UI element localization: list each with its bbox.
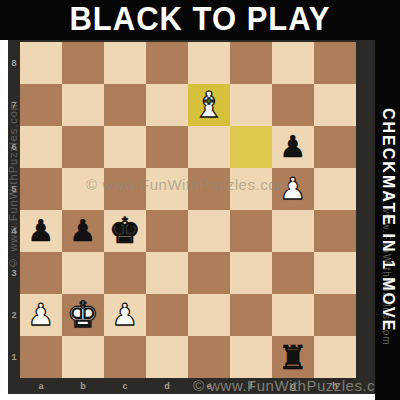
square-b3[interactable] — [62, 252, 104, 294]
square-d8[interactable] — [146, 42, 188, 84]
square-e1[interactable] — [188, 336, 230, 378]
rank-label-7: 7 — [8, 84, 20, 126]
square-h8[interactable] — [314, 42, 356, 84]
file-label-c: c — [104, 378, 146, 394]
square-h3[interactable] — [314, 252, 356, 294]
square-e7[interactable]: ♝ — [188, 84, 230, 126]
chess-board: ♝♟♟♟♟♚♟♚♟♜ — [20, 42, 356, 378]
square-a2[interactable]: ♟ — [20, 294, 62, 336]
file-label-h: h — [314, 378, 356, 394]
square-c8[interactable] — [104, 42, 146, 84]
white-pawn[interactable]: ♟ — [28, 300, 55, 330]
square-e8[interactable] — [188, 42, 230, 84]
square-c3[interactable] — [104, 252, 146, 294]
square-d5[interactable] — [146, 168, 188, 210]
white-king[interactable]: ♚ — [67, 297, 99, 333]
square-h2[interactable] — [314, 294, 356, 336]
file-labels: abcdefgh — [20, 378, 356, 394]
square-a8[interactable] — [20, 42, 62, 84]
square-a4[interactable]: ♟ — [20, 210, 62, 252]
square-b7[interactable] — [62, 84, 104, 126]
title-bar: BLACK TO PLAY — [0, 0, 400, 40]
square-h1[interactable] — [314, 336, 356, 378]
square-c6[interactable] — [104, 126, 146, 168]
file-label-g: g — [272, 378, 314, 394]
white-bishop[interactable]: ♝ — [193, 87, 225, 123]
square-a3[interactable] — [20, 252, 62, 294]
square-e5[interactable] — [188, 168, 230, 210]
rank-label-6: 6 — [8, 126, 20, 168]
square-h6[interactable] — [314, 126, 356, 168]
square-e3[interactable] — [188, 252, 230, 294]
square-d1[interactable] — [146, 336, 188, 378]
square-h5[interactable] — [314, 168, 356, 210]
square-b1[interactable] — [62, 336, 104, 378]
square-c4[interactable]: ♚ — [104, 210, 146, 252]
rank-label-2: 2 — [8, 294, 20, 336]
watermark-right: © www.FunWithPuzzles.com — [381, 190, 392, 346]
square-d4[interactable] — [146, 210, 188, 252]
square-c2[interactable]: ♟ — [104, 294, 146, 336]
white-pawn[interactable]: ♟ — [112, 300, 139, 330]
square-h4[interactable] — [314, 210, 356, 252]
square-b4[interactable]: ♟ — [62, 210, 104, 252]
rank-label-5: 5 — [8, 168, 20, 210]
square-h7[interactable] — [314, 84, 356, 126]
side-banner: CHECKMATE IN 1 MOVE © www.FunWithPuzzles… — [375, 40, 400, 400]
square-e6[interactable] — [188, 126, 230, 168]
rank-label-3: 3 — [8, 252, 20, 294]
black-king[interactable]: ♚ — [109, 213, 141, 249]
square-f2[interactable] — [230, 294, 272, 336]
black-pawn[interactable]: ♟ — [28, 216, 55, 246]
black-pawn[interactable]: ♟ — [280, 132, 307, 162]
square-e4[interactable] — [188, 210, 230, 252]
square-f3[interactable] — [230, 252, 272, 294]
square-b8[interactable] — [62, 42, 104, 84]
file-label-b: b — [62, 378, 104, 394]
square-f4[interactable] — [230, 210, 272, 252]
square-a5[interactable] — [20, 168, 62, 210]
square-g8[interactable] — [272, 42, 314, 84]
square-b2[interactable]: ♚ — [62, 294, 104, 336]
square-d7[interactable] — [146, 84, 188, 126]
square-e2[interactable] — [188, 294, 230, 336]
square-f8[interactable] — [230, 42, 272, 84]
square-g4[interactable] — [272, 210, 314, 252]
square-g1[interactable]: ♜ — [272, 336, 314, 378]
file-label-a: a — [20, 378, 62, 394]
square-b6[interactable] — [62, 126, 104, 168]
file-label-e: e — [188, 378, 230, 394]
square-g3[interactable] — [272, 252, 314, 294]
file-label-d: d — [146, 378, 188, 394]
chess-board-frame: 87654321 ♝♟♟♟♟♚♟♚♟♜ abcdefgh © www.FunWi… — [8, 40, 375, 394]
rank-label-8: 8 — [8, 42, 20, 84]
square-g6[interactable]: ♟ — [272, 126, 314, 168]
white-pawn[interactable]: ♟ — [280, 174, 307, 204]
square-c7[interactable] — [104, 84, 146, 126]
square-d3[interactable] — [146, 252, 188, 294]
black-pawn[interactable]: ♟ — [70, 216, 97, 246]
square-g2[interactable] — [272, 294, 314, 336]
square-b5[interactable] — [62, 168, 104, 210]
rank-label-1: 1 — [8, 336, 20, 378]
file-label-f: f — [230, 378, 272, 394]
square-f7[interactable] — [230, 84, 272, 126]
square-g7[interactable] — [272, 84, 314, 126]
black-rook[interactable]: ♜ — [278, 341, 308, 374]
square-d2[interactable] — [146, 294, 188, 336]
rank-label-4: 4 — [8, 210, 20, 252]
square-a7[interactable] — [20, 84, 62, 126]
square-g5[interactable]: ♟ — [272, 168, 314, 210]
square-f5[interactable] — [230, 168, 272, 210]
square-a6[interactable] — [20, 126, 62, 168]
square-c5[interactable] — [104, 168, 146, 210]
square-f6[interactable] — [230, 126, 272, 168]
rank-labels: 87654321 — [8, 42, 20, 378]
square-f1[interactable] — [230, 336, 272, 378]
square-a1[interactable] — [20, 336, 62, 378]
page-title: BLACK TO PLAY — [69, 1, 330, 39]
square-d6[interactable] — [146, 126, 188, 168]
square-c1[interactable] — [104, 336, 146, 378]
